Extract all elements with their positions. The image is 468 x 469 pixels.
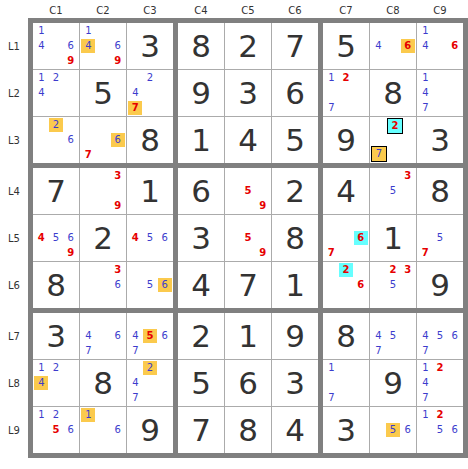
- cell-L9C2[interactable]: 16: [80, 407, 126, 453]
- big-digit: 8: [46, 267, 66, 303]
- candidate-3: 3: [111, 169, 125, 183]
- candidate-7: 7: [371, 146, 387, 162]
- candidate-4: 4: [34, 39, 48, 53]
- candidate-4: 4: [371, 39, 385, 53]
- cell-L6C2[interactable]: 36: [80, 262, 126, 308]
- candidate-2: 2: [49, 408, 63, 422]
- cell-L1C4[interactable]: 8: [178, 23, 224, 69]
- candidate-4: 4: [81, 329, 95, 343]
- cell-L4C8[interactable]: 35: [370, 168, 416, 214]
- big-digit: 3: [430, 122, 450, 158]
- big-digit: 8: [383, 75, 403, 111]
- cell-L2C1[interactable]: 124: [33, 70, 79, 116]
- candidate-6: 6: [111, 329, 125, 343]
- cell-L9C8[interactable]: 56: [370, 407, 416, 453]
- big-digit: 8: [285, 220, 305, 256]
- big-digit: 3: [336, 412, 356, 448]
- cell-L1C6[interactable]: 7: [272, 23, 318, 69]
- cell-L7C5[interactable]: 1: [225, 313, 271, 359]
- big-digit: 6: [238, 365, 258, 401]
- cell-L6C6[interactable]: 1: [272, 262, 318, 308]
- cell-L9C9[interactable]: 1256: [417, 407, 463, 453]
- cell-L9C3[interactable]: 9: [127, 407, 173, 453]
- candidate-5: 5: [143, 278, 157, 292]
- cell-L6C1[interactable]: 8: [33, 262, 79, 308]
- candidate-6: 6: [111, 39, 125, 53]
- column-label-c2: C2: [80, 5, 126, 18]
- candidate-1: 1: [34, 71, 48, 85]
- candidate-5: 5: [386, 278, 400, 292]
- candidate-7: 7: [81, 148, 95, 162]
- cell-L3C5[interactable]: 4: [225, 117, 271, 163]
- candidate-5: 5: [241, 184, 255, 198]
- candidate-9: 9: [64, 246, 78, 260]
- candidate-5: 5: [386, 329, 400, 343]
- cell-L8C8[interactable]: 9: [370, 360, 416, 406]
- cell-L1C2[interactable]: 1469: [80, 23, 126, 69]
- candidate-2: 2: [49, 361, 63, 375]
- candidate-3: 3: [401, 263, 415, 277]
- candidate-4: 4: [34, 86, 48, 100]
- big-digit: 3: [46, 318, 66, 354]
- row-label-l7: L7: [8, 331, 20, 342]
- candidate-1: 1: [418, 71, 432, 85]
- candidate-5: 5: [386, 423, 400, 437]
- candidate-9: 9: [256, 246, 270, 260]
- candidate-1: 1: [324, 71, 338, 85]
- row-label-l5: L5: [8, 233, 20, 244]
- cell-L3C3[interactable]: 8: [127, 117, 173, 163]
- candidate-6: 6: [354, 231, 368, 245]
- cell-L1C9[interactable]: 146: [417, 23, 463, 69]
- candidate-6: 6: [448, 329, 462, 343]
- column-label-c6: C6: [272, 5, 318, 18]
- candidate-2: 2: [433, 361, 447, 375]
- cell-L7C1[interactable]: 3: [33, 313, 79, 359]
- cell-L8C3[interactable]: 247: [127, 360, 173, 406]
- candidate-3: 3: [401, 169, 415, 183]
- candidate-1: 1: [34, 361, 48, 375]
- candidate-7: 7: [324, 246, 338, 260]
- cell-L8C7[interactable]: 17: [323, 360, 369, 406]
- big-digit: 6: [191, 173, 211, 209]
- candidate-5: 5: [143, 231, 157, 245]
- cell-L7C2[interactable]: 467: [80, 313, 126, 359]
- cell-L5C3[interactable]: 456: [127, 215, 173, 261]
- candidate-5: 5: [433, 329, 447, 343]
- candidate-6: 6: [111, 278, 125, 292]
- row-label-l1: L1: [8, 41, 20, 52]
- corner-spacer: [0, 0, 28, 18]
- cell-L5C8[interactable]: 1: [370, 215, 416, 261]
- cell-L9C5[interactable]: 8: [225, 407, 271, 453]
- cell-L9C6[interactable]: 4: [272, 407, 318, 453]
- cell-L9C4[interactable]: 7: [178, 407, 224, 453]
- cell-L5C2[interactable]: 2: [80, 215, 126, 261]
- big-digit: 4: [238, 122, 258, 158]
- candidate-4: 4: [418, 39, 432, 53]
- box-6: 435867157262359: [323, 168, 463, 308]
- candidate-5: 5: [241, 231, 255, 245]
- cell-L8C4[interactable]: 5: [178, 360, 224, 406]
- big-digit: 8: [191, 28, 211, 64]
- candidate-7: 7: [324, 101, 338, 115]
- box-8: 219563784: [178, 313, 318, 453]
- cell-L7C9[interactable]: 4567: [417, 313, 463, 359]
- candidate-4: 4: [128, 231, 142, 245]
- box-7: 3467456712482471256169: [33, 313, 173, 453]
- big-digit: 9: [430, 267, 450, 303]
- candidate-4: 4: [128, 329, 142, 343]
- cell-L1C8[interactable]: 46: [370, 23, 416, 69]
- candidate-1: 1: [34, 408, 48, 422]
- row-label-l8: L8: [8, 378, 20, 389]
- cell-L2C3[interactable]: 247: [127, 70, 173, 116]
- candidate-7: 7: [418, 101, 432, 115]
- candidate-6: 6: [158, 231, 172, 245]
- candidate-6: 6: [64, 231, 78, 245]
- box-4: 73914569245683656: [33, 168, 173, 308]
- big-digit: 9: [140, 412, 160, 448]
- cell-L7C4[interactable]: 2: [178, 313, 224, 359]
- candidate-7: 7: [418, 246, 432, 260]
- candidate-7: 7: [324, 391, 338, 405]
- cell-L9C7[interactable]: 3: [323, 407, 369, 453]
- cell-L2C6[interactable]: 6: [272, 70, 318, 116]
- candidate-1: 1: [324, 361, 338, 375]
- big-digit: 8: [140, 122, 160, 158]
- big-digit: 1: [191, 122, 211, 158]
- candidate-6: 6: [64, 423, 78, 437]
- candidate-7: 7: [418, 344, 432, 358]
- cell-L3C4[interactable]: 1: [178, 117, 224, 163]
- cell-L7C3[interactable]: 4567: [127, 313, 173, 359]
- cell-L3C6[interactable]: 5: [272, 117, 318, 163]
- cell-L7C8[interactable]: 457: [370, 313, 416, 359]
- cell-L3C1[interactable]: 26: [33, 117, 79, 163]
- candidate-4: 4: [418, 329, 432, 343]
- column-label-c7: C7: [323, 5, 369, 18]
- candidate-2: 2: [387, 118, 403, 134]
- big-digit: 7: [191, 412, 211, 448]
- big-digit: 4: [336, 173, 356, 209]
- candidate-7: 7: [81, 344, 95, 358]
- cell-L1C1[interactable]: 1469: [33, 23, 79, 69]
- cell-L3C7[interactable]: 9: [323, 117, 369, 163]
- cell-L9C1[interactable]: 1256: [33, 407, 79, 453]
- column-label-c8: C8: [370, 5, 416, 18]
- cell-L4C7[interactable]: 4: [323, 168, 369, 214]
- big-digit: 1: [140, 173, 160, 209]
- cell-L4C1[interactable]: 7: [33, 168, 79, 214]
- big-digit: 2: [191, 318, 211, 354]
- big-digit: 2: [93, 220, 113, 256]
- candidate-4: 4: [418, 86, 432, 100]
- row-label-l6: L6: [8, 280, 20, 291]
- cell-L2C4[interactable]: 9: [178, 70, 224, 116]
- candidate-6: 6: [111, 133, 125, 147]
- cell-L2C5[interactable]: 3: [225, 70, 271, 116]
- candidate-4: 4: [371, 329, 385, 343]
- row-label-l2: L2: [8, 88, 20, 99]
- candidate-4: 4: [81, 39, 95, 53]
- candidate-5: 5: [433, 231, 447, 245]
- row-labels: L1 L2 L3 L4 L5 L6 L7 L8 L9: [0, 18, 28, 458]
- column-label-c4: C4: [178, 5, 224, 18]
- candidate-6: 6: [64, 39, 78, 53]
- candidate-2: 2: [49, 71, 63, 85]
- cell-L1C3[interactable]: 3: [127, 23, 173, 69]
- cell-L5C4[interactable]: 3: [178, 215, 224, 261]
- big-digit: 3: [285, 365, 305, 401]
- column-label-c5: C5: [225, 5, 271, 18]
- big-digit: 3: [140, 28, 160, 64]
- candidate-9: 9: [111, 54, 125, 68]
- candidate-5: 5: [433, 423, 447, 437]
- candidate-1: 1: [81, 24, 95, 38]
- candidate-9: 9: [64, 54, 78, 68]
- cell-L6C5[interactable]: 7: [225, 262, 271, 308]
- candidate-7: 7: [371, 344, 385, 358]
- cell-L3C2[interactable]: 67: [80, 117, 126, 163]
- big-digit: 6: [285, 75, 305, 111]
- candidate-5: 5: [386, 184, 400, 198]
- big-digit: 3: [191, 220, 211, 256]
- candidate-6: 6: [158, 278, 172, 292]
- cell-L6C4[interactable]: 4: [178, 262, 224, 308]
- candidate-2: 2: [143, 361, 157, 375]
- cell-L5C1[interactable]: 4569: [33, 215, 79, 261]
- sudoku-page: C1 C2 C3 C4 C5 C6 C7 C8 C9 L1 L2 L3 L4 L…: [0, 0, 468, 469]
- candidate-9: 9: [256, 199, 270, 213]
- candidate-1: 1: [418, 24, 432, 38]
- candidate-6: 6: [401, 39, 415, 53]
- candidate-2: 2: [433, 408, 447, 422]
- candidate-2: 2: [143, 71, 157, 85]
- candidate-5: 5: [143, 329, 157, 343]
- candidate-1: 1: [418, 361, 432, 375]
- cell-L7C6[interactable]: 9: [272, 313, 318, 359]
- big-digit: 2: [285, 173, 305, 209]
- cell-L5C6[interactable]: 8: [272, 215, 318, 261]
- big-digit: 9: [383, 365, 403, 401]
- big-digit: 7: [285, 28, 305, 64]
- big-digit: 9: [191, 75, 211, 111]
- candidate-6: 6: [448, 423, 462, 437]
- box-2: 827936145: [178, 23, 318, 163]
- big-digit: 8: [336, 318, 356, 354]
- cell-L6C7[interactable]: 26: [323, 262, 369, 308]
- column-label-c9: C9: [417, 5, 463, 18]
- candidate-6: 6: [111, 423, 125, 437]
- candidate-4: 4: [128, 86, 142, 100]
- cell-L6C8[interactable]: 235: [370, 262, 416, 308]
- cell-L2C2[interactable]: 5: [80, 70, 126, 116]
- candidate-2: 2: [386, 263, 400, 277]
- big-digit: 5: [336, 28, 356, 64]
- cell-L6C3[interactable]: 56: [127, 262, 173, 308]
- cell-L8C5[interactable]: 6: [225, 360, 271, 406]
- big-digit: 4: [191, 267, 211, 303]
- cell-L1C5[interactable]: 2: [225, 23, 271, 69]
- candidate-7: 7: [418, 391, 432, 405]
- cell-L4C4[interactable]: 6: [178, 168, 224, 214]
- candidate-6: 6: [354, 278, 368, 292]
- big-digit: 8: [238, 412, 258, 448]
- cell-L4C3[interactable]: 1: [127, 168, 173, 214]
- big-digit: 1: [238, 318, 258, 354]
- cell-L8C2[interactable]: 8: [80, 360, 126, 406]
- row-label-l4: L4: [8, 186, 20, 197]
- big-digit: 4: [285, 412, 305, 448]
- cell-L2C7[interactable]: 127: [323, 70, 369, 116]
- candidate-1: 1: [81, 408, 95, 422]
- candidate-4: 4: [34, 231, 48, 245]
- big-digit: 7: [238, 267, 258, 303]
- big-digit: 1: [285, 267, 305, 303]
- big-digit: 9: [336, 122, 356, 158]
- column-label-c1: C1: [33, 5, 79, 18]
- candidate-2: 2: [339, 263, 353, 277]
- box-9: 8457456717912473561256: [323, 313, 463, 453]
- cell-L8C1[interactable]: 124: [33, 360, 79, 406]
- candidate-6: 6: [64, 133, 78, 147]
- column-label-c3: C3: [127, 5, 173, 18]
- big-digit: 3: [238, 75, 258, 111]
- box-3: 54614612781479273: [323, 23, 463, 163]
- sudoku-board: 1469146931245247266788279361455461461278…: [28, 18, 468, 458]
- candidate-4: 4: [34, 376, 48, 390]
- big-digit: 5: [191, 365, 211, 401]
- cell-L5C9[interactable]: 57: [417, 215, 463, 261]
- column-labels: C1 C2 C3 C4 C5 C6 C7 C8 C9: [28, 0, 468, 18]
- candidate-9: 9: [111, 199, 125, 213]
- cell-L7C7[interactable]: 8: [323, 313, 369, 359]
- box-1: 146914693124524726678: [33, 23, 173, 163]
- candidate-7: 7: [128, 391, 142, 405]
- cell-L6C9[interactable]: 9: [417, 262, 463, 308]
- candidate-5: 5: [49, 231, 63, 245]
- cell-L4C5[interactable]: 59: [225, 168, 271, 214]
- cell-L8C9[interactable]: 1247: [417, 360, 463, 406]
- cell-L3C8[interactable]: 27: [370, 117, 416, 163]
- cell-L5C5[interactable]: 59: [225, 215, 271, 261]
- cell-L4C2[interactable]: 39: [80, 168, 126, 214]
- row-label-l3: L3: [8, 135, 20, 146]
- cell-L3C9[interactable]: 3: [417, 117, 463, 163]
- cell-L4C6[interactable]: 2: [272, 168, 318, 214]
- box-5: 65923598471: [178, 168, 318, 308]
- candidate-2: 2: [49, 118, 63, 132]
- cell-L8C6[interactable]: 3: [272, 360, 318, 406]
- big-digit: 8: [430, 173, 450, 209]
- cell-L5C7[interactable]: 67: [323, 215, 369, 261]
- candidate-4: 4: [128, 376, 142, 390]
- big-digit: 2: [238, 28, 258, 64]
- cell-L4C9[interactable]: 8: [417, 168, 463, 214]
- big-digit: 9: [285, 318, 305, 354]
- big-digit: 5: [285, 122, 305, 158]
- cell-L2C9[interactable]: 147: [417, 70, 463, 116]
- candidate-4: 4: [418, 376, 432, 390]
- big-digit: 7: [46, 173, 66, 209]
- cell-L2C8[interactable]: 8: [370, 70, 416, 116]
- big-digit: 5: [93, 75, 113, 111]
- candidate-3: 3: [111, 263, 125, 277]
- candidate-1: 1: [34, 24, 48, 38]
- candidate-6: 6: [158, 329, 172, 343]
- big-digit: 1: [383, 220, 403, 256]
- candidate-2: 2: [339, 71, 353, 85]
- cell-L1C7[interactable]: 5: [323, 23, 369, 69]
- candidate-7: 7: [128, 344, 142, 358]
- candidate-6: 6: [448, 39, 462, 53]
- row-label-l9: L9: [8, 425, 20, 436]
- candidate-6: 6: [401, 423, 415, 437]
- big-digit: 8: [93, 365, 113, 401]
- candidate-1: 1: [418, 408, 432, 422]
- candidate-7: 7: [128, 101, 142, 115]
- candidate-5: 5: [49, 423, 63, 437]
